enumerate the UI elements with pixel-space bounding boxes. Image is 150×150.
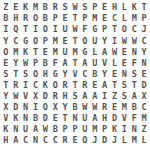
grid-cell[interactable]: C	[40, 135, 50, 146]
grid-cell[interactable]: N	[11, 124, 21, 135]
grid-cell[interactable]: R	[60, 135, 70, 146]
grid-cell[interactable]: A	[90, 113, 100, 124]
grid-cell[interactable]: S	[119, 91, 129, 102]
word-search-grid: ZEKMBRSWSPEHLKTBHROBPETPMECLMPIQTIOIUWFG…	[0, 0, 150, 150]
grid-cell[interactable]: O	[80, 35, 90, 46]
grid-cell[interactable]: O	[31, 68, 41, 79]
grid-cell[interactable]: B	[40, 57, 50, 68]
grid-cell[interactable]: Y	[139, 46, 149, 57]
grid-cell[interactable]: I	[119, 124, 129, 135]
grid-cell[interactable]: S	[119, 80, 129, 91]
grid-cell[interactable]: V	[119, 113, 129, 124]
grid-cell[interactable]: I	[110, 35, 120, 46]
grid-cell[interactable]: A	[100, 46, 110, 57]
grid-cell[interactable]: V	[100, 57, 110, 68]
grid-cell[interactable]: V	[1, 113, 11, 124]
grid-cell[interactable]: E	[110, 68, 120, 79]
grid-cell[interactable]: E	[139, 68, 149, 79]
grid-cell[interactable]: M	[70, 46, 80, 57]
grid-cell[interactable]: Z	[110, 91, 120, 102]
grid-cell[interactable]: S	[129, 68, 139, 79]
grid-cell[interactable]: I	[31, 24, 41, 35]
grid-cell[interactable]: W	[40, 124, 50, 135]
grid-cell[interactable]: X	[139, 91, 149, 102]
grid-cell[interactable]: I	[50, 24, 60, 35]
grid-cell[interactable]: N	[129, 46, 139, 57]
grid-cell[interactable]: I	[1, 24, 11, 35]
grid-cell[interactable]: D	[11, 102, 21, 113]
grid-cell[interactable]: E	[119, 57, 129, 68]
grid-cell[interactable]: Z	[1, 2, 11, 13]
grid-cell[interactable]: Y	[60, 102, 70, 113]
grid-cell[interactable]: G	[90, 24, 100, 35]
grid-cell[interactable]: P	[70, 124, 80, 135]
grid-cell[interactable]: T	[110, 80, 120, 91]
grid-cell[interactable]: K	[11, 113, 21, 124]
grid-cell[interactable]: P	[50, 13, 60, 24]
grid-cell[interactable]: M	[119, 102, 129, 113]
grid-cell[interactable]: O	[40, 102, 50, 113]
grid-cell[interactable]: Y	[11, 57, 21, 68]
grid-cell[interactable]: Y	[60, 68, 70, 79]
grid-cell[interactable]: A	[129, 91, 139, 102]
grid-cell[interactable]: A	[60, 57, 70, 68]
grid-cell[interactable]: M	[129, 135, 139, 146]
grid-cell[interactable]: A	[100, 80, 110, 91]
grid-cell[interactable]: T	[60, 113, 70, 124]
grid-cell[interactable]: W	[21, 57, 31, 68]
grid-cell[interactable]: M	[129, 13, 139, 24]
grid-cell[interactable]: B	[90, 68, 100, 79]
grid-cell[interactable]: Y	[1, 91, 11, 102]
grid-cell[interactable]: E	[40, 46, 50, 57]
grid-cell[interactable]: G	[80, 46, 90, 57]
grid-cell[interactable]: N	[139, 57, 149, 68]
grid-cell[interactable]: T	[1, 80, 11, 91]
grid-cell[interactable]: N	[129, 124, 139, 135]
grid-cell[interactable]: S	[70, 91, 80, 102]
grid-cell[interactable]: C	[139, 35, 149, 46]
grid-cell[interactable]: T	[139, 2, 149, 13]
grid-cell[interactable]: D	[40, 113, 50, 124]
grid-cell[interactable]: M	[90, 13, 100, 24]
grid-cell[interactable]: N	[21, 113, 31, 124]
grid-cell[interactable]: W	[70, 24, 80, 35]
grid-cell[interactable]: S	[1, 68, 11, 79]
grid-cell[interactable]: L	[119, 135, 129, 146]
grid-cell[interactable]: X	[1, 102, 11, 113]
grid-cell[interactable]: I	[100, 91, 110, 102]
grid-cell[interactable]: U	[60, 46, 70, 57]
grid-cell[interactable]: K	[21, 2, 31, 13]
grid-cell[interactable]: L	[139, 135, 149, 146]
grid-cell[interactable]: S	[60, 2, 70, 13]
grid-cell[interactable]: U	[90, 57, 100, 68]
grid-cell[interactable]: A	[80, 91, 90, 102]
grid-cell[interactable]: A	[90, 91, 100, 102]
grid-cell[interactable]: P	[80, 13, 90, 24]
grid-cell[interactable]: B	[1, 13, 11, 24]
grid-cell[interactable]: Q	[11, 24, 21, 35]
grid-cell[interactable]: S	[21, 68, 31, 79]
grid-cell[interactable]: I	[31, 102, 41, 113]
grid-cell[interactable]: E	[110, 102, 120, 113]
grid-cell[interactable]: T	[70, 57, 80, 68]
grid-cell[interactable]: W	[119, 35, 129, 46]
grid-cell[interactable]: G	[50, 68, 60, 79]
grid-cell[interactable]: Y	[1, 35, 11, 46]
grid-cell[interactable]: R	[80, 80, 90, 91]
grid-cell[interactable]: H	[11, 13, 21, 24]
grid-cell[interactable]: O	[1, 46, 11, 57]
grid-cell[interactable]: J	[139, 24, 149, 35]
grid-cell[interactable]: D	[100, 135, 110, 146]
grid-cell[interactable]: O	[50, 80, 60, 91]
grid-cell[interactable]: P	[100, 24, 110, 35]
grid-cell[interactable]: E	[90, 80, 100, 91]
grid-cell[interactable]: E	[119, 46, 129, 57]
grid-cell[interactable]: W	[110, 46, 120, 57]
grid-cell[interactable]: B	[50, 124, 60, 135]
grid-cell[interactable]: T	[31, 46, 41, 57]
grid-cell[interactable]: D	[40, 91, 50, 102]
grid-cell[interactable]: O	[119, 24, 129, 35]
grid-cell[interactable]: J	[110, 135, 120, 146]
grid-cell[interactable]: F	[129, 57, 139, 68]
grid-cell[interactable]: O	[80, 135, 90, 146]
grid-cell[interactable]: P	[40, 35, 50, 46]
grid-cell[interactable]: T	[70, 80, 80, 91]
grid-cell[interactable]: P	[100, 124, 110, 135]
grid-cell[interactable]: K	[129, 2, 139, 13]
grid-cell[interactable]: M	[50, 46, 60, 57]
grid-cell[interactable]: R	[50, 2, 60, 13]
grid-cell[interactable]: M	[31, 2, 41, 13]
grid-cell[interactable]: P	[60, 124, 70, 135]
grid-cell[interactable]: E	[70, 135, 80, 146]
grid-cell[interactable]: D	[110, 113, 120, 124]
grid-cell[interactable]: B	[70, 102, 80, 113]
grid-cell[interactable]: V	[70, 68, 80, 79]
grid-cell[interactable]: G	[21, 35, 31, 46]
grid-cell[interactable]: Y	[100, 35, 110, 46]
grid-cell[interactable]: F	[129, 113, 139, 124]
grid-cell[interactable]: K	[21, 46, 31, 57]
grid-cell[interactable]: M	[11, 46, 21, 57]
grid-cell[interactable]: U	[21, 124, 31, 135]
grid-cell[interactable]: E	[100, 13, 110, 24]
grid-cell[interactable]: C	[21, 135, 31, 146]
grid-cell[interactable]: E	[50, 113, 60, 124]
grid-cell[interactable]: J	[90, 135, 100, 146]
grid-cell[interactable]: M	[139, 113, 149, 124]
grid-cell[interactable]: U	[80, 113, 90, 124]
grid-cell[interactable]: T	[129, 80, 139, 91]
grid-cell[interactable]: O	[31, 35, 41, 46]
grid-cell[interactable]: M	[50, 35, 60, 46]
grid-cell[interactable]: O	[31, 13, 41, 24]
grid-cell[interactable]: K	[40, 80, 50, 91]
grid-cell[interactable]: R	[11, 80, 21, 91]
grid-cell[interactable]: D	[139, 80, 149, 91]
grid-cell[interactable]: L	[119, 13, 129, 24]
grid-cell[interactable]: T	[21, 24, 31, 35]
grid-cell[interactable]: H	[60, 91, 70, 102]
grid-cell[interactable]: R	[100, 102, 110, 113]
grid-cell[interactable]: B	[40, 2, 50, 13]
grid-cell[interactable]: W	[70, 2, 80, 13]
grid-cell[interactable]: E	[60, 35, 70, 46]
grid-cell[interactable]: C	[31, 80, 41, 91]
grid-cell[interactable]: E	[100, 2, 110, 13]
grid-cell[interactable]: L	[119, 2, 129, 13]
grid-cell[interactable]: R	[60, 80, 70, 91]
grid-cell[interactable]: U	[90, 35, 100, 46]
grid-cell[interactable]: Y	[100, 68, 110, 79]
grid-cell[interactable]: C	[11, 35, 21, 46]
grid-cell[interactable]: C	[129, 24, 139, 35]
grid-cell[interactable]: N	[21, 102, 31, 113]
grid-cell[interactable]: A	[11, 135, 21, 146]
grid-cell[interactable]: M	[90, 124, 100, 135]
grid-cell[interactable]: N	[119, 68, 129, 79]
grid-cell[interactable]: T	[11, 68, 21, 79]
grid-cell[interactable]: P	[90, 2, 100, 13]
grid-cell[interactable]: C	[50, 135, 60, 146]
grid-cell[interactable]: T	[70, 35, 80, 46]
grid-cell[interactable]: H	[1, 135, 11, 146]
grid-cell[interactable]: E	[60, 13, 70, 24]
grid-cell[interactable]: F	[50, 57, 60, 68]
grid-cell[interactable]: X	[50, 102, 60, 113]
grid-cell[interactable]: Z	[139, 124, 149, 135]
grid-cell[interactable]: H	[100, 113, 110, 124]
grid-cell[interactable]: P	[139, 13, 149, 24]
grid-cell[interactable]: A	[31, 124, 41, 135]
grid-cell[interactable]: F	[80, 24, 90, 35]
grid-cell[interactable]: B	[40, 13, 50, 24]
grid-cell[interactable]: C	[80, 68, 90, 79]
grid-cell[interactable]: A	[80, 57, 90, 68]
grid-cell[interactable]: L	[110, 57, 120, 68]
grid-cell[interactable]: I	[21, 80, 31, 91]
grid-cell[interactable]: H	[40, 68, 50, 79]
grid-cell[interactable]: E	[11, 2, 21, 13]
grid-cell[interactable]: N	[31, 135, 41, 146]
grid-cell[interactable]: X	[31, 91, 41, 102]
grid-cell[interactable]: C	[139, 102, 149, 113]
grid-cell[interactable]: W	[80, 102, 90, 113]
grid-cell[interactable]: K	[1, 124, 11, 135]
grid-cell[interactable]: P	[31, 57, 41, 68]
grid-cell[interactable]: O	[40, 24, 50, 35]
grid-cell[interactable]: C	[110, 13, 120, 24]
grid-cell[interactable]: U	[60, 24, 70, 35]
grid-cell[interactable]: V	[21, 91, 31, 102]
grid-cell[interactable]: B	[129, 102, 139, 113]
grid-cell[interactable]: N	[70, 113, 80, 124]
grid-cell[interactable]: B	[31, 113, 41, 124]
grid-cell[interactable]: T	[110, 24, 120, 35]
grid-cell[interactable]: K	[110, 124, 120, 135]
grid-cell[interactable]: E	[1, 57, 11, 68]
grid-cell[interactable]: S	[80, 2, 90, 13]
grid-cell[interactable]: W	[90, 102, 100, 113]
grid-cell[interactable]: H	[110, 2, 120, 13]
grid-cell[interactable]: U	[80, 124, 90, 135]
grid-cell[interactable]: R	[21, 13, 31, 24]
grid-cell[interactable]: W	[11, 91, 21, 102]
grid-cell[interactable]: T	[70, 13, 80, 24]
grid-cell[interactable]: L	[90, 46, 100, 57]
grid-cell[interactable]: R	[50, 91, 60, 102]
grid-cell[interactable]: W	[129, 35, 139, 46]
